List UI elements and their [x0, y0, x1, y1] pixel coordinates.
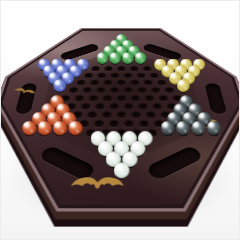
board-hole-cell — [78, 102, 93, 111]
board-hole[interactable] — [96, 87, 105, 93]
board-hole[interactable] — [152, 103, 162, 109]
board-hole[interactable] — [109, 120, 119, 127]
marble-black[interactable] — [160, 121, 174, 135]
marble-red[interactable] — [52, 121, 66, 135]
board-hole[interactable] — [149, 73, 158, 78]
board-hole[interactable] — [110, 87, 119, 93]
board-hole[interactable] — [82, 87, 91, 93]
marble-green[interactable] — [134, 52, 146, 64]
board-hole[interactable] — [123, 87, 132, 93]
board-hole[interactable] — [151, 87, 160, 93]
board-hole-cell — [106, 119, 121, 129]
board-hole[interactable] — [157, 80, 166, 85]
board-hole[interactable] — [97, 73, 106, 78]
marble-black[interactable] — [175, 121, 189, 135]
board-hole[interactable] — [93, 120, 103, 127]
board-row — [9, 170, 233, 183]
board-hole[interactable] — [84, 73, 93, 78]
board-hole-cell — [92, 102, 107, 111]
board-hole-cell — [107, 102, 121, 111]
board-hole-cell — [121, 119, 136, 129]
marble-green[interactable] — [109, 52, 121, 64]
board-hole[interactable] — [123, 73, 132, 78]
marble-red[interactable] — [68, 121, 82, 135]
marble-red[interactable] — [37, 121, 51, 135]
board-hole[interactable] — [109, 103, 118, 109]
board-hole[interactable] — [136, 73, 145, 78]
marble-yellow[interactable] — [176, 79, 189, 92]
board-hole[interactable] — [76, 80, 85, 85]
board-hole[interactable] — [124, 120, 134, 127]
board-hole[interactable] — [124, 103, 133, 109]
board-hole[interactable] — [137, 87, 146, 93]
board-hole[interactable] — [139, 120, 149, 127]
board-hole-cell — [149, 102, 164, 111]
marble-green[interactable] — [96, 52, 108, 64]
board-hole[interactable] — [143, 80, 152, 85]
board-hole-cell — [112, 170, 129, 183]
marble-green[interactable] — [121, 52, 133, 64]
board-hole-cell — [135, 102, 150, 111]
board-row — [15, 148, 227, 159]
board-hole[interactable] — [164, 87, 174, 93]
marble-red[interactable] — [21, 121, 35, 135]
scene — [0, 0, 240, 240]
board-hole-cell — [121, 102, 135, 111]
board-hole-cell — [91, 119, 107, 129]
marble-blue[interactable] — [53, 79, 66, 92]
board-hole[interactable] — [90, 80, 99, 85]
board-hole[interactable] — [138, 103, 148, 109]
marble-black[interactable] — [206, 121, 220, 135]
board-hole[interactable] — [68, 87, 78, 93]
board-hole-cell — [136, 119, 152, 129]
board-hole[interactable] — [110, 73, 119, 78]
board-hole[interactable] — [80, 103, 90, 109]
board-hole[interactable] — [95, 103, 105, 109]
board-hole[interactable] — [103, 80, 112, 85]
marble-white[interactable] — [113, 163, 129, 179]
marble-black[interactable] — [191, 121, 205, 135]
board-hole[interactable] — [117, 80, 126, 85]
board-hole[interactable] — [130, 80, 139, 85]
chinese-checkers-board — [0, 28, 240, 212]
